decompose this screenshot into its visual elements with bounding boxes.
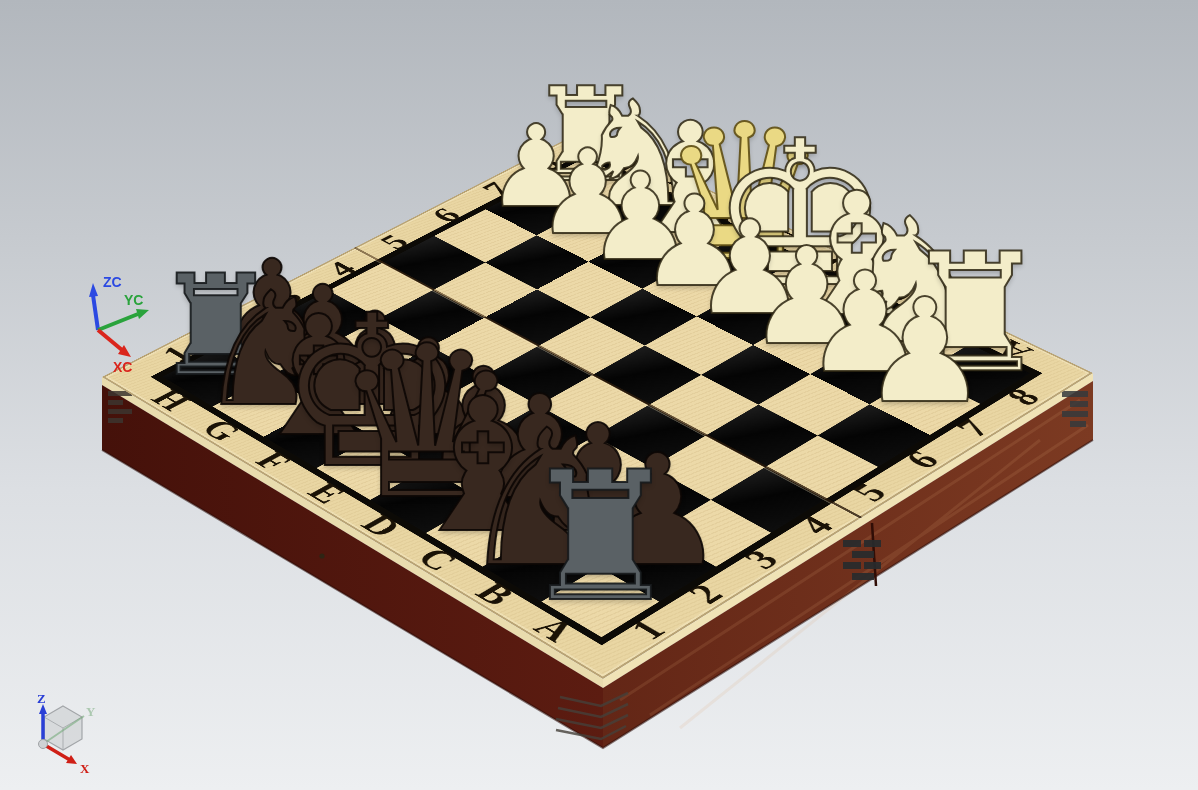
cad-overlays: ZC YC XC Z X Y xyxy=(0,0,1198,790)
wcs-triad[interactable]: ZC YC XC xyxy=(89,274,149,375)
gizmo-origin-ball xyxy=(39,740,48,749)
gizmo-y-label: Y xyxy=(86,704,96,719)
y-axis-arrow xyxy=(136,309,149,319)
view-gizmo[interactable]: Z X Y xyxy=(37,691,96,776)
zc-label: ZC xyxy=(103,274,122,290)
z-axis-arrow xyxy=(89,283,98,297)
gizmo-x-label: X xyxy=(80,761,90,776)
xc-label: XC xyxy=(113,359,132,375)
yc-label: YC xyxy=(124,292,143,308)
gizmo-z-label: Z xyxy=(37,691,46,706)
cad-viewport[interactable]: HGFEDCBAHGFEDCBA8765432187654321 ♜♞♝♚♛♝♞… xyxy=(0,0,1198,790)
